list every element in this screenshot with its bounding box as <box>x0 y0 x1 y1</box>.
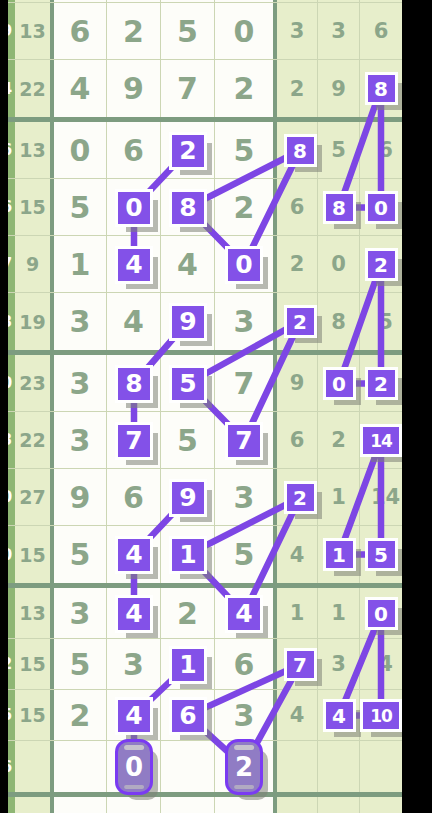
highlight-box-cap13a[interactable]: 0 <box>115 739 153 795</box>
highlight-box-cap13b[interactable]: 2 <box>225 739 263 795</box>
highlight-box-f2[interactable]: 8 <box>284 134 317 167</box>
highlight-box-f5[interactable]: 2 <box>284 305 317 338</box>
highlight-box-b14[interactable]: 4 <box>115 595 153 633</box>
highlight-box-f11[interactable]: 7 <box>284 648 317 681</box>
highlight-box-b15[interactable]: 4 <box>225 595 263 633</box>
highlight-box-s7[interactable]: 14 <box>360 424 402 457</box>
highlight-box-b2[interactable]: 0 <box>115 189 153 227</box>
highlight-box-p6a[interactable]: 0 <box>323 367 356 400</box>
highlight-box-p12b[interactable]: 10 <box>360 699 402 732</box>
highlight-box-b9[interactable]: 7 <box>115 422 153 460</box>
highlight-box-b8[interactable]: 5 <box>169 365 207 403</box>
highlight-box-b4[interactable]: 4 <box>115 246 153 284</box>
highlight-box-b5[interactable]: 0 <box>225 246 263 284</box>
highlight-layer: 20840985779414414682278214080021541002 <box>0 0 432 813</box>
highlight-box-b6[interactable]: 9 <box>169 303 207 341</box>
highlight-box-p12a[interactable]: 4 <box>323 699 356 732</box>
highlight-box-b11[interactable]: 9 <box>169 479 207 517</box>
highlight-box-f8[interactable]: 2 <box>284 481 317 514</box>
highlight-box-p3a[interactable]: 8 <box>323 191 356 224</box>
highlight-box-s4[interactable]: 2 <box>365 248 398 281</box>
highlight-box-p3b[interactable]: 0 <box>365 191 398 224</box>
left-crop-bar <box>0 0 8 813</box>
highlight-box-b13[interactable]: 1 <box>169 536 207 574</box>
highlight-box-b18[interactable]: 6 <box>169 697 207 735</box>
highlight-box-b7[interactable]: 8 <box>115 365 153 403</box>
highlight-box-b3[interactable]: 8 <box>169 189 207 227</box>
highlight-box-p9a[interactable]: 1 <box>323 538 356 571</box>
highlight-box-s10[interactable]: 0 <box>365 597 398 630</box>
lottery-rundown-screen: 9136250336422497229613065566155267914203… <box>0 0 432 813</box>
highlight-box-b10[interactable]: 7 <box>225 422 263 460</box>
highlight-box-b16[interactable]: 1 <box>169 646 207 684</box>
highlight-box-b12[interactable]: 4 <box>115 536 153 574</box>
highlight-box-b1[interactable]: 2 <box>169 132 207 170</box>
highlight-box-p6b[interactable]: 2 <box>365 367 398 400</box>
highlight-box-p9b[interactable]: 5 <box>365 538 398 571</box>
highlight-box-s1[interactable]: 8 <box>365 72 398 105</box>
right-crop-bar <box>402 0 432 813</box>
highlight-box-b17[interactable]: 4 <box>115 697 153 735</box>
